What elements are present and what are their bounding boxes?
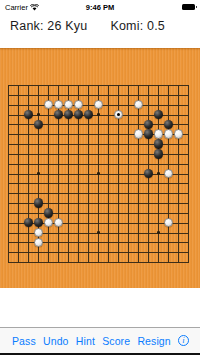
black-stone [54,110,63,119]
white-stone [154,129,163,138]
grid-line [8,252,189,253]
grid-line [128,85,129,263]
black-stone [144,120,153,129]
app-screen: Carrier 9:46 PM Rank: 26 Kyu Komi: 0.5 P… [0,0,200,355]
star-point [157,172,160,175]
battery-icon [182,4,195,10]
black-stone [34,218,43,227]
white-stone [74,100,83,109]
black-stone [154,149,163,158]
status-time: 9:46 PM [0,3,200,12]
black-stone [144,129,153,138]
black-stone [154,110,163,119]
black-stone [64,110,73,119]
game-info-header: Rank: 26 Kyu Komi: 0.5 [0,15,200,37]
black-stone [144,169,153,178]
info-button[interactable]: i [178,335,189,346]
white-stone [64,100,73,109]
star-point [37,172,40,175]
grid-line [8,193,189,194]
grid-line [188,85,189,263]
undo-button[interactable]: Undo [43,335,69,347]
white-stone [54,218,63,227]
komi-label: Komi: 0.5 [110,19,165,33]
black-stone [24,218,33,227]
star-point [97,231,100,234]
white-stone [164,129,173,138]
toolbar: PassUndoHintScoreResigni [0,327,200,353]
grid-line [8,213,189,214]
grid-line [8,262,189,263]
white-stone [134,100,143,109]
star-point [97,113,100,116]
star-point [157,231,160,234]
white-stone [174,129,183,138]
black-stone [74,110,83,119]
black-stone [154,139,163,148]
star-point [97,172,100,175]
white-stone [34,228,43,237]
white-stone [44,218,53,227]
white-stone [94,100,103,109]
white-stone [164,169,173,178]
white-stone [54,100,63,109]
black-stone [24,110,33,119]
score-button[interactable]: Score [102,335,130,347]
star-point [37,113,40,116]
white-stone [34,238,43,247]
status-bar: Carrier 9:46 PM [0,0,200,14]
hint-button[interactable]: Hint [76,335,95,347]
grid-line [138,85,139,263]
grid-line [108,85,109,263]
rank-label: Rank: 26 Kyu [10,19,87,33]
grid-line [8,183,189,184]
go-board[interactable] [0,48,200,288]
white-stone [44,100,53,109]
black-stone [164,120,173,129]
black-stone [84,110,93,119]
black-stone [44,208,53,217]
white-stone [164,218,173,227]
pass-button[interactable]: Pass [12,335,36,347]
resign-button[interactable]: Resign [137,335,170,347]
white-stone [134,129,143,138]
grid-line [178,85,179,263]
black-stone [34,198,43,207]
black-stone [34,120,43,129]
